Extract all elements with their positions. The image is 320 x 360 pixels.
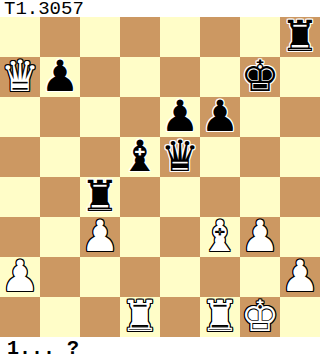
black-king[interactable]: ♚ bbox=[241, 56, 280, 96]
square-c8[interactable] bbox=[80, 17, 120, 57]
black-pawn[interactable]: ♟ bbox=[161, 96, 200, 136]
square-e4[interactable] bbox=[160, 177, 200, 217]
square-h7[interactable] bbox=[280, 57, 320, 97]
square-f1[interactable]: ♜ bbox=[200, 297, 240, 337]
square-a4[interactable] bbox=[0, 177, 40, 217]
white-rook[interactable]: ♜ bbox=[201, 296, 240, 336]
square-g1[interactable]: ♚ bbox=[240, 297, 280, 337]
square-h4[interactable] bbox=[280, 177, 320, 217]
square-h8[interactable]: ♜ bbox=[280, 17, 320, 57]
square-c6[interactable] bbox=[80, 97, 120, 137]
square-e5[interactable]: ♛ bbox=[160, 137, 200, 177]
square-a1[interactable] bbox=[0, 297, 40, 337]
square-f5[interactable] bbox=[200, 137, 240, 177]
square-h5[interactable] bbox=[280, 137, 320, 177]
square-a7[interactable]: ♛ bbox=[0, 57, 40, 97]
square-c1[interactable] bbox=[80, 297, 120, 337]
square-b2[interactable] bbox=[40, 257, 80, 297]
square-b1[interactable] bbox=[40, 297, 80, 337]
square-b7[interactable]: ♟ bbox=[40, 57, 80, 97]
white-king[interactable]: ♚ bbox=[241, 296, 280, 336]
square-e8[interactable] bbox=[160, 17, 200, 57]
square-d4[interactable] bbox=[120, 177, 160, 217]
tactics-puzzle-window: T1.3057 ♜♛♟♚♟♟♝♛♜♟♝♟♟♟♜♜♚ 1... ? bbox=[0, 0, 320, 360]
square-b4[interactable] bbox=[40, 177, 80, 217]
square-d7[interactable] bbox=[120, 57, 160, 97]
square-f6[interactable]: ♟ bbox=[200, 97, 240, 137]
square-h2[interactable]: ♟ bbox=[280, 257, 320, 297]
square-b6[interactable] bbox=[40, 97, 80, 137]
black-bishop[interactable]: ♝ bbox=[121, 136, 160, 176]
square-c2[interactable] bbox=[80, 257, 120, 297]
square-e1[interactable] bbox=[160, 297, 200, 337]
black-pawn[interactable]: ♟ bbox=[201, 96, 240, 136]
square-b3[interactable] bbox=[40, 217, 80, 257]
white-pawn[interactable]: ♟ bbox=[1, 256, 40, 296]
square-g6[interactable] bbox=[240, 97, 280, 137]
square-g3[interactable]: ♟ bbox=[240, 217, 280, 257]
white-pawn[interactable]: ♟ bbox=[281, 256, 320, 296]
square-d5[interactable]: ♝ bbox=[120, 137, 160, 177]
white-queen[interactable]: ♛ bbox=[1, 56, 40, 96]
square-h6[interactable] bbox=[280, 97, 320, 137]
square-c7[interactable] bbox=[80, 57, 120, 97]
black-rook[interactable]: ♜ bbox=[281, 16, 320, 56]
puzzle-id: T1.3057 bbox=[0, 0, 320, 17]
square-f3[interactable]: ♝ bbox=[200, 217, 240, 257]
square-h1[interactable] bbox=[280, 297, 320, 337]
square-a6[interactable] bbox=[0, 97, 40, 137]
square-f8[interactable] bbox=[200, 17, 240, 57]
chess-board: ♜♛♟♚♟♟♝♛♜♟♝♟♟♟♜♜♚ bbox=[0, 17, 320, 337]
white-bishop[interactable]: ♝ bbox=[201, 216, 240, 256]
black-pawn[interactable]: ♟ bbox=[41, 56, 80, 96]
square-a5[interactable] bbox=[0, 137, 40, 177]
square-g7[interactable]: ♚ bbox=[240, 57, 280, 97]
square-c3[interactable]: ♟ bbox=[80, 217, 120, 257]
white-rook[interactable]: ♜ bbox=[121, 296, 160, 336]
white-pawn[interactable]: ♟ bbox=[241, 216, 280, 256]
square-g5[interactable] bbox=[240, 137, 280, 177]
square-b5[interactable] bbox=[40, 137, 80, 177]
white-pawn[interactable]: ♟ bbox=[81, 216, 120, 256]
black-rook[interactable]: ♜ bbox=[81, 176, 120, 216]
square-a2[interactable]: ♟ bbox=[0, 257, 40, 297]
black-queen[interactable]: ♛ bbox=[161, 136, 200, 176]
square-e3[interactable] bbox=[160, 217, 200, 257]
square-d3[interactable] bbox=[120, 217, 160, 257]
square-e2[interactable] bbox=[160, 257, 200, 297]
square-d1[interactable]: ♜ bbox=[120, 297, 160, 337]
square-d8[interactable] bbox=[120, 17, 160, 57]
